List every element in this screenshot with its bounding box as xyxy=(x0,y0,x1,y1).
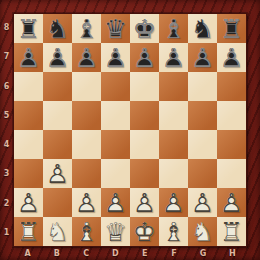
black-pawn-outline-icon: ♙ xyxy=(43,43,72,72)
square-a4[interactable] xyxy=(14,130,43,159)
square-f3[interactable] xyxy=(159,159,188,188)
piece-white-pawn[interactable]: ♟♙ xyxy=(188,188,217,217)
piece-black-pawn[interactable]: ♟♙ xyxy=(43,43,72,72)
piece-black-rook[interactable]: ♜♖ xyxy=(217,14,246,43)
piece-black-pawn[interactable]: ♟♙ xyxy=(101,43,130,72)
white-king-outline-icon: ♔ xyxy=(130,217,159,246)
square-a7[interactable]: ♟♙ xyxy=(14,43,43,72)
piece-black-rook[interactable]: ♜♖ xyxy=(14,14,43,43)
piece-black-bishop[interactable]: ♝♗ xyxy=(159,14,188,43)
black-pawn-outline-icon: ♙ xyxy=(101,43,130,72)
black-pawn-outline-icon: ♙ xyxy=(159,43,188,72)
square-d3[interactable] xyxy=(101,159,130,188)
square-d7[interactable]: ♟♙ xyxy=(101,43,130,72)
black-pawn-outline-icon: ♙ xyxy=(188,43,217,72)
white-pawn-outline-icon: ♙ xyxy=(43,159,72,188)
square-c1[interactable]: ♝♗ xyxy=(72,217,101,246)
file-label-F: F xyxy=(159,247,188,260)
square-g6[interactable] xyxy=(188,72,217,101)
file-label-H: H xyxy=(218,247,247,260)
piece-black-pawn[interactable]: ♟♙ xyxy=(130,43,159,72)
piece-white-pawn[interactable]: ♟♙ xyxy=(101,188,130,217)
square-g1[interactable]: ♞♘ xyxy=(188,217,217,246)
square-f2[interactable]: ♟♙ xyxy=(159,188,188,217)
white-pawn-outline-icon: ♙ xyxy=(188,188,217,217)
piece-black-pawn[interactable]: ♟♙ xyxy=(188,43,217,72)
rank-label-8: 8 xyxy=(0,13,13,42)
square-h6[interactable] xyxy=(217,72,246,101)
white-pawn-outline-icon: ♙ xyxy=(159,188,188,217)
black-pawn-outline-icon: ♙ xyxy=(217,43,246,72)
square-b4[interactable] xyxy=(43,130,72,159)
piece-white-queen[interactable]: ♛♕ xyxy=(101,217,130,246)
square-f8[interactable]: ♝♗ xyxy=(159,14,188,43)
square-e2[interactable]: ♟♙ xyxy=(130,188,159,217)
black-pawn-outline-icon: ♙ xyxy=(14,43,43,72)
piece-white-king[interactable]: ♚♔ xyxy=(130,217,159,246)
file-labels: ABCDEFGH xyxy=(13,247,247,260)
square-b7[interactable]: ♟♙ xyxy=(43,43,72,72)
black-pawn-outline-icon: ♙ xyxy=(130,43,159,72)
piece-white-pawn[interactable]: ♟♙ xyxy=(130,188,159,217)
piece-white-bishop[interactable]: ♝♗ xyxy=(159,217,188,246)
rank-label-5: 5 xyxy=(0,101,13,130)
rank-label-1: 1 xyxy=(0,218,13,247)
piece-white-rook[interactable]: ♜♖ xyxy=(217,217,246,246)
piece-white-pawn[interactable]: ♟♙ xyxy=(14,188,43,217)
file-label-C: C xyxy=(72,247,101,260)
file-label-D: D xyxy=(101,247,130,260)
black-rook-outline-icon: ♖ xyxy=(217,14,246,43)
file-label-A: A xyxy=(13,247,42,260)
square-g3[interactable] xyxy=(188,159,217,188)
square-a5[interactable] xyxy=(14,101,43,130)
square-f5[interactable] xyxy=(159,101,188,130)
piece-white-pawn[interactable]: ♟♙ xyxy=(217,188,246,217)
square-c6[interactable] xyxy=(72,72,101,101)
white-queen-outline-icon: ♕ xyxy=(101,217,130,246)
square-f6[interactable] xyxy=(159,72,188,101)
square-b5[interactable] xyxy=(43,101,72,130)
square-e8[interactable]: ♚♔ xyxy=(130,14,159,43)
square-h5[interactable] xyxy=(217,101,246,130)
square-h1[interactable]: ♜♖ xyxy=(217,217,246,246)
rank-labels: 87654321 xyxy=(0,13,13,247)
piece-white-pawn[interactable]: ♟♙ xyxy=(72,188,101,217)
square-a1[interactable]: ♜♖ xyxy=(14,217,43,246)
piece-white-rook[interactable]: ♜♖ xyxy=(14,217,43,246)
piece-white-knight[interactable]: ♞♘ xyxy=(43,217,72,246)
piece-white-knight[interactable]: ♞♘ xyxy=(188,217,217,246)
square-a6[interactable] xyxy=(14,72,43,101)
black-knight-outline-icon: ♘ xyxy=(188,14,217,43)
piece-black-king[interactable]: ♚♔ xyxy=(130,14,159,43)
square-g2[interactable]: ♟♙ xyxy=(188,188,217,217)
square-c5[interactable] xyxy=(72,101,101,130)
square-c8[interactable]: ♝♗ xyxy=(72,14,101,43)
chess-board: ♜♖♞♘♝♗♛♕♚♔♝♗♞♘♜♖♟♙♟♙♟♙♟♙♟♙♟♙♟♙♟♙♟♙♟♙♟♙♟♙… xyxy=(13,13,247,247)
square-e7[interactable]: ♟♙ xyxy=(130,43,159,72)
square-h7[interactable]: ♟♙ xyxy=(217,43,246,72)
piece-white-bishop[interactable]: ♝♗ xyxy=(72,217,101,246)
white-pawn-outline-icon: ♙ xyxy=(217,188,246,217)
square-e1[interactable]: ♚♔ xyxy=(130,217,159,246)
square-d5[interactable] xyxy=(101,101,130,130)
square-d1[interactable]: ♛♕ xyxy=(101,217,130,246)
black-rook-outline-icon: ♖ xyxy=(14,14,43,43)
white-pawn-outline-icon: ♙ xyxy=(130,188,159,217)
square-a3[interactable] xyxy=(14,159,43,188)
rank-label-6: 6 xyxy=(0,72,13,101)
square-e6[interactable] xyxy=(130,72,159,101)
square-d6[interactable] xyxy=(101,72,130,101)
piece-black-queen[interactable]: ♛♕ xyxy=(101,14,130,43)
square-e3[interactable] xyxy=(130,159,159,188)
square-f4[interactable] xyxy=(159,130,188,159)
file-label-E: E xyxy=(130,247,159,260)
black-king-outline-icon: ♔ xyxy=(130,14,159,43)
square-e4[interactable] xyxy=(130,130,159,159)
square-h8[interactable]: ♜♖ xyxy=(217,14,246,43)
square-e5[interactable] xyxy=(130,101,159,130)
white-bishop-outline-icon: ♗ xyxy=(72,217,101,246)
square-h2[interactable]: ♟♙ xyxy=(217,188,246,217)
file-label-G: G xyxy=(189,247,218,260)
square-f1[interactable]: ♝♗ xyxy=(159,217,188,246)
black-bishop-outline-icon: ♗ xyxy=(159,14,188,43)
square-c3[interactable] xyxy=(72,159,101,188)
board-frame: ♜♖♞♘♝♗♛♕♚♔♝♗♞♘♜♖♟♙♟♙♟♙♟♙♟♙♟♙♟♙♟♙♟♙♟♙♟♙♟♙… xyxy=(0,0,260,260)
square-c4[interactable] xyxy=(72,130,101,159)
piece-black-pawn[interactable]: ♟♙ xyxy=(72,43,101,72)
square-b3[interactable]: ♟♙ xyxy=(43,159,72,188)
square-h3[interactable] xyxy=(217,159,246,188)
square-h4[interactable] xyxy=(217,130,246,159)
piece-black-pawn[interactable]: ♟♙ xyxy=(14,43,43,72)
square-c2[interactable]: ♟♙ xyxy=(72,188,101,217)
square-g5[interactable] xyxy=(188,101,217,130)
black-queen-outline-icon: ♕ xyxy=(101,14,130,43)
square-g4[interactable] xyxy=(188,130,217,159)
square-b2[interactable] xyxy=(43,188,72,217)
piece-white-pawn[interactable]: ♟♙ xyxy=(159,188,188,217)
file-label-B: B xyxy=(42,247,71,260)
piece-black-knight[interactable]: ♞♘ xyxy=(188,14,217,43)
piece-black-pawn[interactable]: ♟♙ xyxy=(217,43,246,72)
square-g8[interactable]: ♞♘ xyxy=(188,14,217,43)
rank-label-3: 3 xyxy=(0,159,13,188)
black-pawn-outline-icon: ♙ xyxy=(72,43,101,72)
piece-black-bishop[interactable]: ♝♗ xyxy=(72,14,101,43)
piece-black-knight[interactable]: ♞♘ xyxy=(43,14,72,43)
white-knight-outline-icon: ♘ xyxy=(188,217,217,246)
black-knight-outline-icon: ♘ xyxy=(43,14,72,43)
white-pawn-outline-icon: ♙ xyxy=(72,188,101,217)
white-pawn-outline-icon: ♙ xyxy=(101,188,130,217)
black-bishop-outline-icon: ♗ xyxy=(72,14,101,43)
square-a8[interactable]: ♜♖ xyxy=(14,14,43,43)
square-d2[interactable]: ♟♙ xyxy=(101,188,130,217)
white-bishop-outline-icon: ♗ xyxy=(159,217,188,246)
rank-label-7: 7 xyxy=(0,42,13,71)
piece-white-pawn[interactable]: ♟♙ xyxy=(43,159,72,188)
square-b1[interactable]: ♞♘ xyxy=(43,217,72,246)
square-d8[interactable]: ♛♕ xyxy=(101,14,130,43)
piece-black-pawn[interactable]: ♟♙ xyxy=(159,43,188,72)
white-rook-outline-icon: ♖ xyxy=(14,217,43,246)
white-rook-outline-icon: ♖ xyxy=(217,217,246,246)
square-f7[interactable]: ♟♙ xyxy=(159,43,188,72)
white-pawn-outline-icon: ♙ xyxy=(14,188,43,217)
square-b8[interactable]: ♞♘ xyxy=(43,14,72,43)
square-g7[interactable]: ♟♙ xyxy=(188,43,217,72)
square-b6[interactable] xyxy=(43,72,72,101)
square-a2[interactable]: ♟♙ xyxy=(14,188,43,217)
white-knight-outline-icon: ♘ xyxy=(43,217,72,246)
square-d4[interactable] xyxy=(101,130,130,159)
square-c7[interactable]: ♟♙ xyxy=(72,43,101,72)
rank-label-2: 2 xyxy=(0,189,13,218)
rank-label-4: 4 xyxy=(0,130,13,159)
